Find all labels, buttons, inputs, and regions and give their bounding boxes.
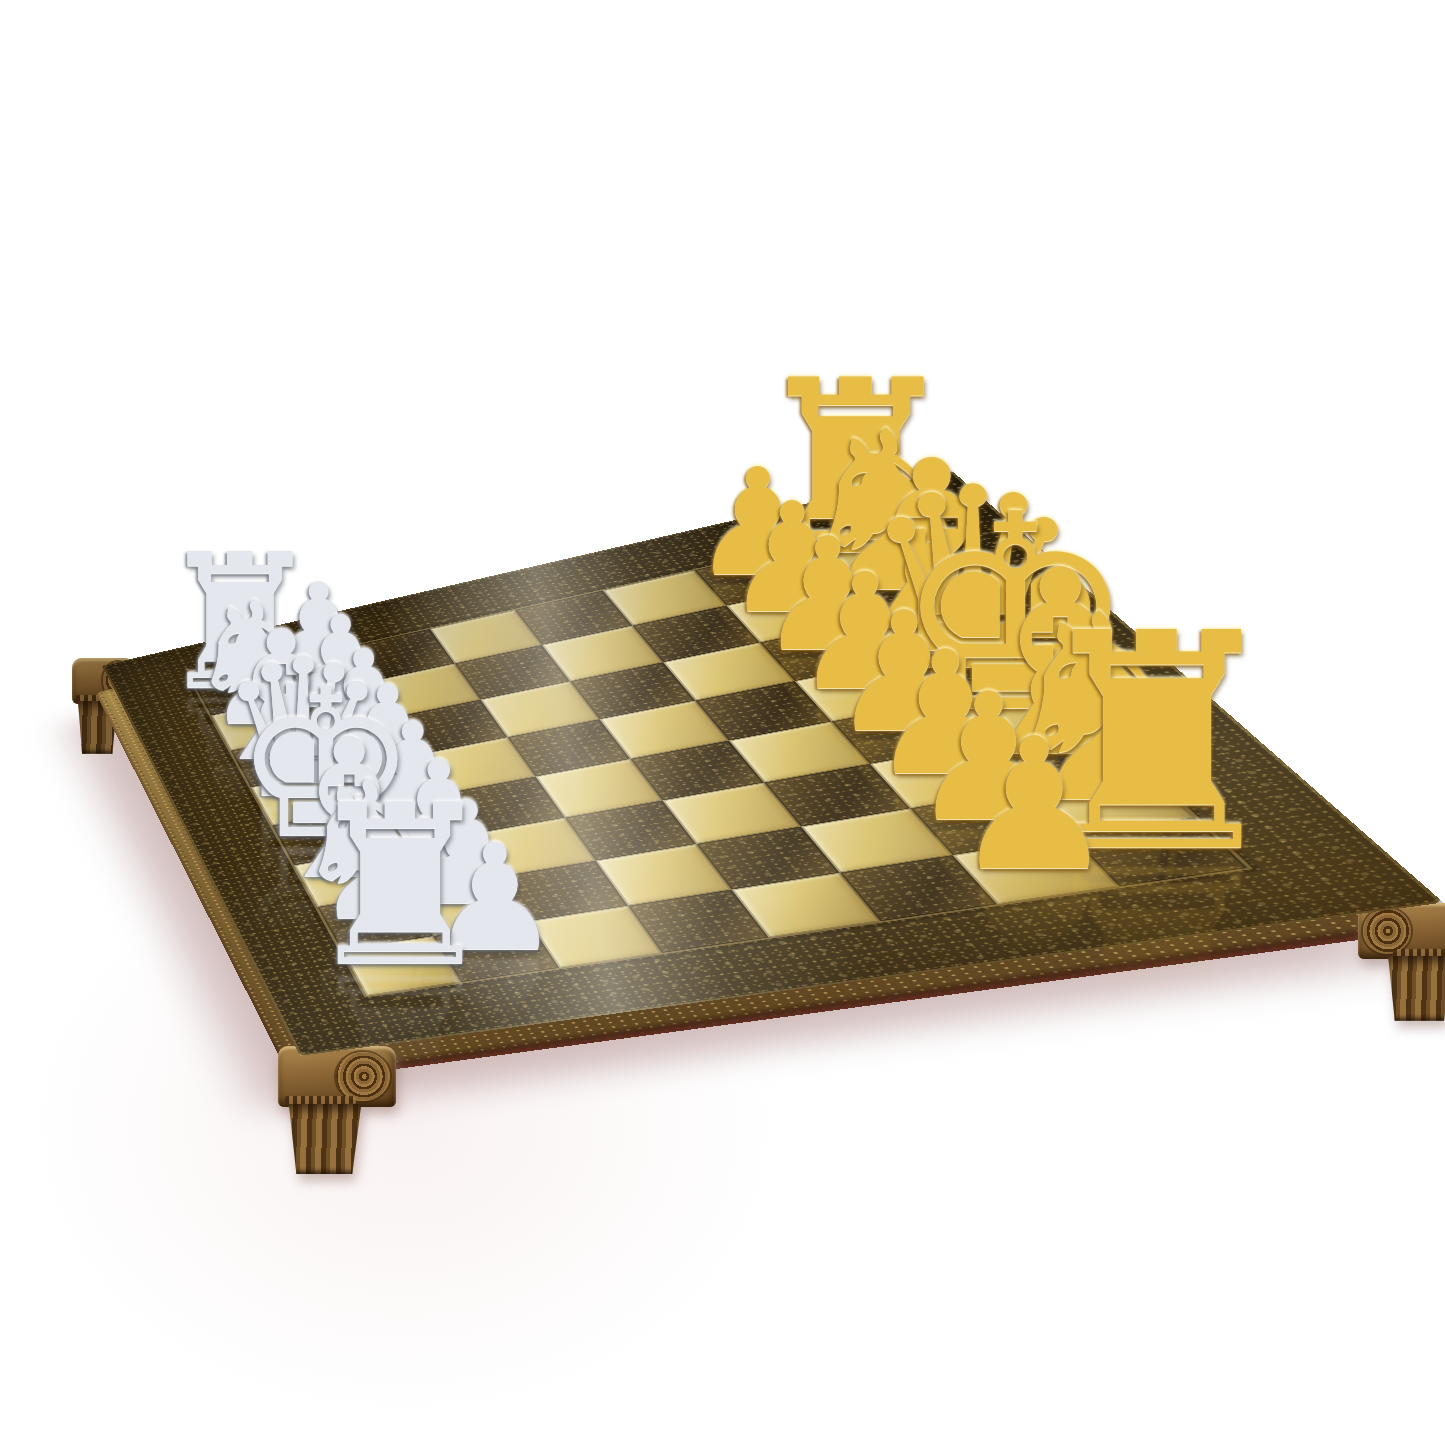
piece-gold-pawn-h7[interactable]: ♟ [952, 714, 1115, 896]
bead-row [1393, 949, 1445, 957]
volute-scroll-icon [1363, 908, 1411, 953]
foot-flutes [1387, 956, 1445, 1021]
ionic-column-foot-front-right [1358, 903, 1445, 1021]
piece-silver-rook-h1[interactable]: ♜ [301, 776, 499, 997]
scene: ♜♜♞♞♝♝♛♛♚♚♝♝♞♞♜♜♟♟♟♟♟♟♟♟♟♟♟♟♟♟♟♟♟♟♟♟♟♟♟♟… [0, 0, 1445, 1445]
